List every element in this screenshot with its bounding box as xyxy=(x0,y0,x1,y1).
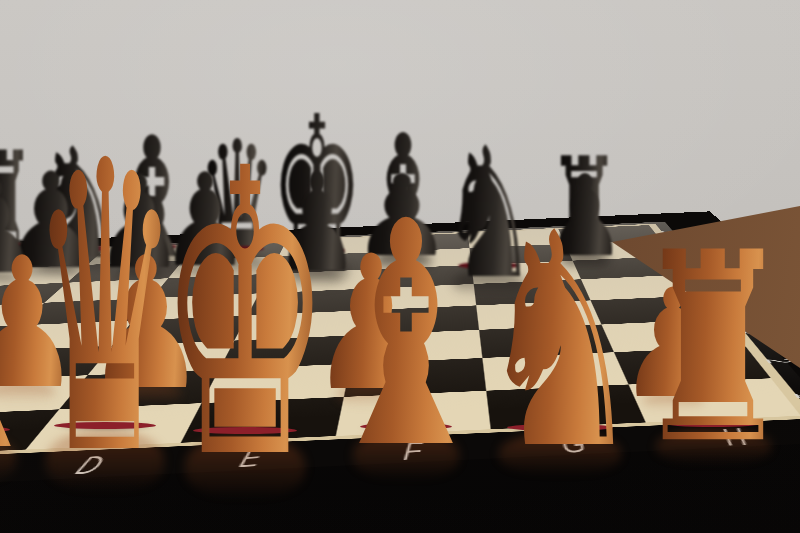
photo-stage: ABCDEFGH 12345678 ♝♜♜♝♞♛♟♟♚♟♟♟♟♟♞♟♟♟♟♜♛♝… xyxy=(0,0,800,533)
rook-glyph: ♜ xyxy=(633,218,793,479)
knight-glyph: ♞ xyxy=(477,195,644,490)
queen-glyph: ♛ xyxy=(31,110,178,510)
bishop-glyph: ♝ xyxy=(316,182,495,492)
bishop-glyph: ♝ xyxy=(0,186,50,494)
pieces-layer: ♝♜♜♝♞♛♟♟♚♟♟♟♟♟♞♟♟♟♟♜♛♝♞♝♚ xyxy=(0,0,800,533)
king-glyph: ♚ xyxy=(159,119,332,514)
